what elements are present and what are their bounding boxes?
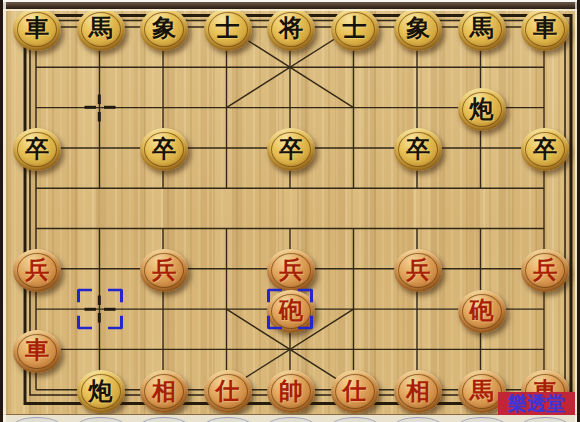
- tray-piece-hint: [140, 417, 188, 422]
- board-intersection[interactable]: 象: [131, 7, 195, 47]
- board-intersection[interactable]: 卒: [512, 128, 576, 168]
- piece-black-advisor[interactable]: 士: [204, 8, 252, 51]
- board-intersection[interactable]: 炮: [449, 87, 513, 127]
- board-intersection[interactable]: 炮: [68, 370, 132, 410]
- board-intersection[interactable]: 兵: [258, 249, 322, 289]
- board-intersection[interactable]: 馬: [68, 7, 132, 47]
- piece-black-cannon[interactable]: 炮: [458, 88, 506, 131]
- piece-red-soldier[interactable]: 兵: [394, 249, 442, 292]
- piece-glyph: 兵: [152, 258, 176, 282]
- window-frame-top: [0, 2, 580, 9]
- board-intersection[interactable]: 仕: [195, 370, 259, 410]
- piece-glyph: 相: [152, 379, 176, 403]
- board-intersection[interactable]: [195, 208, 259, 248]
- board-intersection[interactable]: [4, 289, 68, 329]
- board-intersection[interactable]: [195, 329, 259, 369]
- board-intersection[interactable]: [131, 289, 195, 329]
- piece-glyph: 車: [25, 16, 49, 40]
- tray-piece-hint: [394, 417, 442, 422]
- piece-black-elephant[interactable]: 象: [140, 8, 188, 51]
- board-intersection[interactable]: [512, 87, 576, 127]
- board-intersection[interactable]: [68, 87, 132, 127]
- piece-red-soldier[interactable]: 兵: [13, 249, 61, 292]
- piece-glyph: 卒: [152, 137, 176, 161]
- window-frame-left-highlight: [3, 2, 6, 422]
- piece-red-general[interactable]: 帥: [267, 370, 315, 413]
- piece-red-advisor[interactable]: 仕: [331, 370, 379, 413]
- board-intersection[interactable]: [449, 47, 513, 87]
- board-intersection[interactable]: 卒: [4, 128, 68, 168]
- board-intersection[interactable]: 相: [385, 370, 449, 410]
- piece-glyph: 炮: [89, 379, 113, 403]
- letou-tang-watermark: 樂透堂: [498, 392, 575, 415]
- bottom-tray-strip: [0, 414, 580, 422]
- piece-glyph: 士: [216, 16, 240, 40]
- board-intersection[interactable]: [258, 208, 322, 248]
- board-intersection[interactable]: [385, 87, 449, 127]
- board-intersection[interactable]: 士: [322, 7, 386, 47]
- piece-glyph: 砲: [279, 298, 303, 322]
- tray-piece-hint: [458, 417, 506, 422]
- board-intersection[interactable]: 卒: [131, 128, 195, 168]
- board-intersection[interactable]: [322, 128, 386, 168]
- piece-red-chariot[interactable]: 車: [13, 330, 61, 373]
- board-intersection[interactable]: [449, 208, 513, 248]
- window-frame-top-highlight: [0, 9, 580, 11]
- board-intersection[interactable]: [4, 87, 68, 127]
- board-intersection[interactable]: 帥: [258, 370, 322, 410]
- board-intersection[interactable]: [385, 168, 449, 208]
- piece-black-advisor[interactable]: 士: [331, 8, 379, 51]
- piece-glyph: 馬: [470, 16, 494, 40]
- board-intersection[interactable]: [322, 168, 386, 208]
- piece-red-soldier[interactable]: 兵: [140, 249, 188, 292]
- piece-glyph: 車: [533, 16, 557, 40]
- piece-glyph: 兵: [25, 258, 49, 282]
- board-intersection[interactable]: 士: [195, 7, 259, 47]
- board-intersection[interactable]: [68, 249, 132, 289]
- piece-glyph: 馬: [470, 379, 494, 403]
- piece-glyph: 車: [25, 338, 49, 362]
- board-intersection[interactable]: [322, 87, 386, 127]
- piece-red-elephant[interactable]: 相: [394, 370, 442, 413]
- board-intersection[interactable]: [4, 47, 68, 87]
- board-intersection[interactable]: [449, 249, 513, 289]
- board-intersection[interactable]: [512, 289, 576, 329]
- board-intersection[interactable]: 砲: [449, 289, 513, 329]
- piece-black-cannon[interactable]: 炮: [77, 370, 125, 413]
- board-intersection[interactable]: [322, 289, 386, 329]
- cross-arm: [98, 296, 101, 323]
- board-intersection[interactable]: [258, 168, 322, 208]
- piece-glyph: 相: [406, 379, 430, 403]
- piece-black-soldier[interactable]: 卒: [140, 128, 188, 171]
- board-intersection[interactable]: [195, 87, 259, 127]
- board-intersection[interactable]: [131, 329, 195, 369]
- board-intersection[interactable]: [195, 289, 259, 329]
- board-intersection[interactable]: [258, 87, 322, 127]
- board-intersection[interactable]: 兵: [4, 249, 68, 289]
- board-intersection[interactable]: [322, 249, 386, 289]
- board-intersection[interactable]: [322, 329, 386, 369]
- board-intersection[interactable]: [68, 208, 132, 248]
- board-intersection[interactable]: [258, 329, 322, 369]
- piece-glyph: 象: [406, 16, 430, 40]
- board-intersection[interactable]: 仕: [322, 370, 386, 410]
- board-intersection[interactable]: [4, 208, 68, 248]
- piece-glyph: 象: [152, 16, 176, 40]
- piece-red-elephant[interactable]: 相: [140, 370, 188, 413]
- board-intersection[interactable]: [68, 289, 132, 329]
- board-intersection[interactable]: [512, 208, 576, 248]
- piece-glyph: 兵: [279, 258, 303, 282]
- board-intersection[interactable]: [322, 208, 386, 248]
- piece-black-chariot[interactable]: 車: [13, 8, 61, 51]
- piece-red-advisor[interactable]: 仕: [204, 370, 252, 413]
- board-intersection[interactable]: [449, 168, 513, 208]
- tray-piece-hint: [13, 417, 61, 422]
- board-intersection[interactable]: [385, 329, 449, 369]
- piece-glyph: 将: [279, 16, 303, 40]
- piece-glyph: 砲: [470, 298, 494, 322]
- board-intersection[interactable]: [131, 168, 195, 208]
- piece-glyph: 帥: [279, 379, 303, 403]
- board-intersection[interactable]: [385, 289, 449, 329]
- watermark-text: 樂透堂: [508, 394, 565, 413]
- piece-black-horse[interactable]: 馬: [77, 8, 125, 51]
- piece-glyph: 仕: [343, 379, 367, 403]
- piece-black-chariot[interactable]: 車: [521, 8, 569, 51]
- cross-arm: [98, 94, 101, 121]
- tray-piece-hint: [331, 417, 379, 422]
- board-intersection[interactable]: 相: [131, 370, 195, 410]
- tray-piece-hint: [521, 417, 569, 422]
- last-move-origin-cross: [84, 94, 115, 121]
- piece-glyph: 卒: [279, 137, 303, 161]
- piece-black-elephant[interactable]: 象: [394, 8, 442, 51]
- board-intersection[interactable]: [512, 168, 576, 208]
- piece-glyph: 仕: [216, 379, 240, 403]
- piece-glyph: 兵: [533, 258, 557, 282]
- tray-piece-hint: [267, 417, 315, 422]
- board-intersection[interactable]: 車: [4, 329, 68, 369]
- tray-piece-hint: [204, 417, 252, 422]
- board-intersection[interactable]: 砲: [258, 289, 322, 329]
- piece-black-soldier[interactable]: 卒: [267, 128, 315, 171]
- board-intersection[interactable]: [68, 47, 132, 87]
- board-intersection[interactable]: 車: [512, 7, 576, 47]
- board-intersection[interactable]: [4, 168, 68, 208]
- tray-piece-hint: [77, 417, 125, 422]
- board-intersection[interactable]: [385, 208, 449, 248]
- board-intersection[interactable]: [195, 168, 259, 208]
- board-intersection[interactable]: [68, 168, 132, 208]
- piece-glyph: 兵: [406, 258, 430, 282]
- board-intersection[interactable]: [195, 128, 259, 168]
- board-intersection[interactable]: [131, 208, 195, 248]
- board-intersection[interactable]: [131, 47, 195, 87]
- board-intersection[interactable]: [449, 128, 513, 168]
- board-intersection[interactable]: [195, 249, 259, 289]
- board-intersection[interactable]: [131, 87, 195, 127]
- board-intersection[interactable]: 兵: [385, 249, 449, 289]
- piece-glyph: 卒: [25, 137, 49, 161]
- piece-glyph: 卒: [406, 137, 430, 161]
- board-intersection[interactable]: [322, 47, 386, 87]
- board-intersection[interactable]: [68, 329, 132, 369]
- board-intersection[interactable]: [195, 47, 259, 87]
- window-frame-right-highlight: [575, 2, 577, 422]
- last-move-origin-cross: [84, 296, 115, 323]
- piece-glyph: 馬: [89, 16, 113, 40]
- piece-black-soldier[interactable]: 卒: [394, 128, 442, 171]
- board-intersection[interactable]: [512, 329, 576, 369]
- piece-black-general[interactable]: 将: [267, 8, 315, 51]
- board-intersection[interactable]: [68, 128, 132, 168]
- board-intersection[interactable]: 兵: [131, 249, 195, 289]
- xiangqi-app-window: 車馬象士将士象馬車炮卒卒卒卒卒兵兵兵兵兵砲砲車炮相仕帥仕相馬車 樂透堂: [0, 0, 580, 422]
- piece-glyph: 士: [343, 16, 367, 40]
- board-intersection[interactable]: 象: [385, 7, 449, 47]
- piece-red-cannon[interactable]: 砲: [458, 290, 506, 333]
- piece-black-soldier[interactable]: 卒: [13, 128, 61, 171]
- piece-black-horse[interactable]: 馬: [458, 8, 506, 51]
- board-intersection[interactable]: 馬: [449, 7, 513, 47]
- xiangqi-board[interactable]: 車馬象士将士象馬車炮卒卒卒卒卒兵兵兵兵兵砲砲車炮相仕帥仕相馬車: [4, 7, 576, 410]
- board-intersection[interactable]: [258, 47, 322, 87]
- board-intersection[interactable]: 卒: [258, 128, 322, 168]
- piece-red-soldier[interactable]: 兵: [267, 249, 315, 292]
- board-intersection[interactable]: [449, 329, 513, 369]
- board-intersection[interactable]: [385, 47, 449, 87]
- board-intersection[interactable]: [4, 370, 68, 410]
- piece-glyph: 炮: [470, 97, 494, 121]
- board-intersection[interactable]: 卒: [385, 128, 449, 168]
- piece-red-soldier[interactable]: 兵: [521, 249, 569, 292]
- piece-black-soldier[interactable]: 卒: [521, 128, 569, 171]
- board-intersection[interactable]: 将: [258, 7, 322, 47]
- board-intersection[interactable]: 兵: [512, 249, 576, 289]
- board-intersection[interactable]: [512, 47, 576, 87]
- board-intersection[interactable]: 車: [4, 7, 68, 47]
- piece-glyph: 卒: [533, 137, 557, 161]
- piece-red-cannon[interactable]: 砲: [267, 290, 315, 333]
